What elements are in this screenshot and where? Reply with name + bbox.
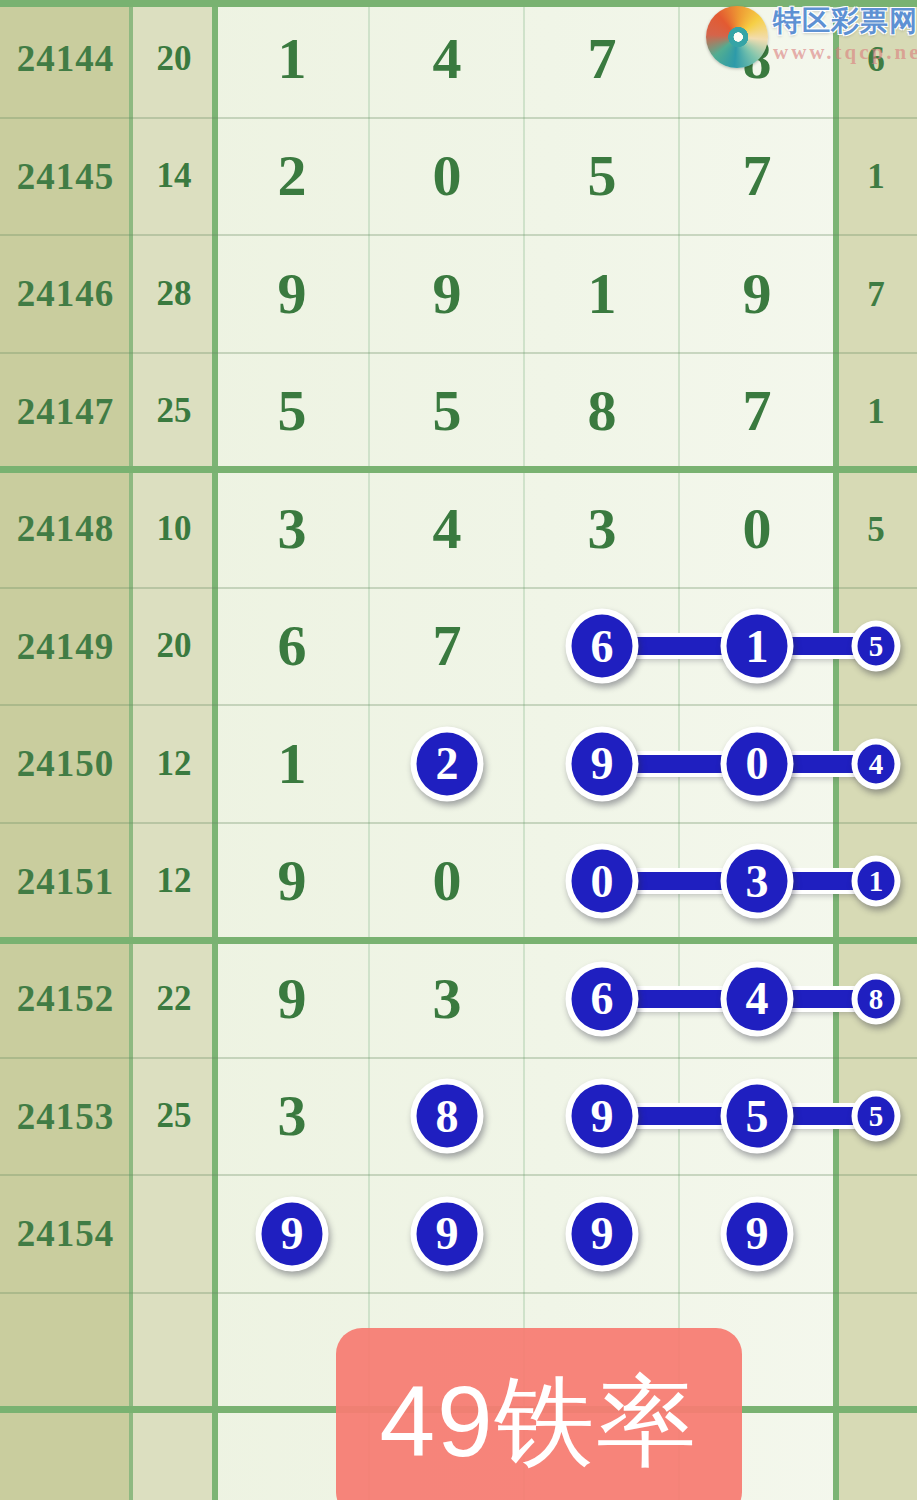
- circled-digit: 9: [566, 1196, 639, 1271]
- sum-value: 22: [133, 940, 215, 1058]
- digit-cell: 6: [278, 617, 307, 675]
- tail-digit: 5: [867, 511, 885, 546]
- sum-value: [133, 1410, 215, 1500]
- digit-cell: 0: [433, 852, 462, 910]
- digit-cell: 1: [588, 265, 617, 323]
- issue-number: 24151: [0, 823, 131, 941]
- digit-cell: 2: [278, 147, 307, 205]
- digit-cell: 9: [278, 970, 307, 1028]
- circled-tail-digit: 4: [852, 738, 901, 789]
- circled-digit: 0: [721, 726, 794, 801]
- circled-digit: 5: [721, 1079, 794, 1154]
- sum-value: 12: [133, 823, 215, 941]
- circled-digit: 6: [566, 961, 639, 1036]
- circled-digit: 1: [721, 609, 794, 684]
- circled-digit: 3: [721, 844, 794, 919]
- digit-cell: 5: [278, 382, 307, 440]
- sum-value: 14: [133, 118, 215, 236]
- circled-tail-digit: 5: [852, 621, 901, 672]
- sum-value: 25: [133, 1058, 215, 1176]
- tail-digit: 1: [867, 394, 885, 429]
- issue-number: 24152: [0, 940, 131, 1058]
- circled-digit: 8: [411, 1079, 484, 1154]
- digit-cell: 5: [433, 382, 462, 440]
- issue-number: 24153: [0, 1058, 131, 1176]
- circled-tail-digit: 5: [852, 1091, 901, 1142]
- circled-digit: 4: [721, 961, 794, 1036]
- digit-cell: 3: [588, 500, 617, 558]
- tail-digit: 1: [867, 159, 885, 194]
- sum-value: 20: [133, 588, 215, 706]
- sum-value: 12: [133, 705, 215, 823]
- table-row: 241532538955: [0, 1058, 917, 1176]
- badge-label: 49铁率: [379, 1356, 698, 1491]
- issue-number: 24144: [0, 0, 131, 118]
- digit-cell: 4: [433, 30, 462, 88]
- table-row: 241462899197: [0, 235, 917, 353]
- table-row: 241451420571: [0, 118, 917, 236]
- lottery-trend-chart: 2414420147862414514205712414628991972414…: [0, 0, 917, 1500]
- digit-cell: 9: [743, 265, 772, 323]
- table-row: 241549999: [0, 1175, 917, 1293]
- circled-digit: 6: [566, 609, 639, 684]
- site-watermark: www.tqcp.net: [773, 40, 917, 65]
- digit-cell: 0: [743, 500, 772, 558]
- issue-number: 24150: [0, 705, 131, 823]
- sum-value: 25: [133, 353, 215, 471]
- digit-cell: 1: [278, 735, 307, 793]
- table-row: 241492067615: [0, 588, 917, 706]
- table-row: 241522293648: [0, 940, 917, 1058]
- digit-cell: 5: [588, 147, 617, 205]
- issue-number: 24154: [0, 1175, 131, 1293]
- issue-number: 24149: [0, 588, 131, 706]
- digit-cell: 9: [433, 265, 462, 323]
- circled-digit: 9: [256, 1196, 329, 1271]
- table-row: 241472555871: [0, 353, 917, 471]
- circled-digit: 9: [566, 1079, 639, 1154]
- sum-value: 20: [133, 0, 215, 118]
- issue-number: 24148: [0, 470, 131, 588]
- logo-swirl-icon: [706, 6, 768, 68]
- circled-digit: 9: [566, 726, 639, 801]
- sum-value: [133, 1293, 215, 1411]
- table-row: 241501212904: [0, 705, 917, 823]
- logo-text: 特区彩票网 www.tqcp.net: [773, 2, 917, 65]
- table-rows: 2414420147862414514205712414628991972414…: [0, 0, 917, 1500]
- table-row: 241481034305: [0, 470, 917, 588]
- sum-value: 28: [133, 235, 215, 353]
- tail-digit: 7: [867, 276, 885, 311]
- digit-cell: 7: [433, 617, 462, 675]
- digit-cell: 3: [278, 500, 307, 558]
- circled-digit: 0: [566, 844, 639, 919]
- issue-number: [0, 1293, 131, 1411]
- circled-digit: 9: [721, 1196, 794, 1271]
- digit-cell: 7: [743, 382, 772, 440]
- circled-tail-digit: 8: [852, 973, 901, 1024]
- circled-digit: 2: [411, 726, 484, 801]
- digit-cell: 7: [588, 30, 617, 88]
- digit-cell: 9: [278, 265, 307, 323]
- site-name: 特区彩票网: [773, 2, 917, 40]
- site-logo: 特区彩票网 www.tqcp.net: [706, 2, 916, 68]
- issue-number: 24145: [0, 118, 131, 236]
- sum-value: [133, 1175, 215, 1293]
- promo-badge: 49铁率: [336, 1328, 742, 1500]
- issue-number: [0, 1410, 131, 1500]
- circled-tail-digit: 1: [852, 856, 901, 907]
- sum-value: 10: [133, 470, 215, 588]
- issue-number: 24147: [0, 353, 131, 471]
- digit-cell: 4: [433, 500, 462, 558]
- digit-cell: 0: [433, 147, 462, 205]
- digit-cell: 9: [278, 852, 307, 910]
- digit-cell: 8: [588, 382, 617, 440]
- table-row: 241511290031: [0, 823, 917, 941]
- digit-cell: 7: [743, 147, 772, 205]
- digit-cell: 3: [278, 1087, 307, 1145]
- digit-cell: 3: [433, 970, 462, 1028]
- issue-number: 24146: [0, 235, 131, 353]
- circled-digit: 9: [411, 1196, 484, 1271]
- digit-cell: 1: [278, 30, 307, 88]
